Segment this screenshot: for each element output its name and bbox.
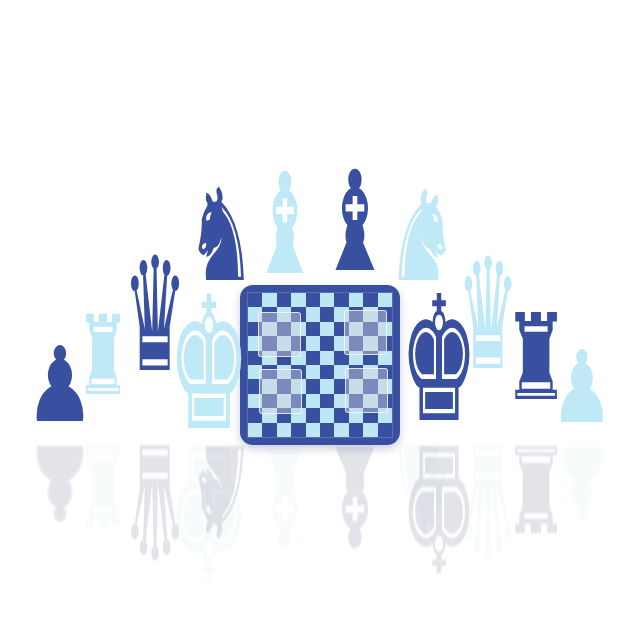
board-square xyxy=(306,408,320,422)
light-rook-piece: ♜ xyxy=(76,301,130,411)
board-square xyxy=(320,351,334,365)
glass-overlay xyxy=(259,369,302,414)
light-rook-reflection: ♜ xyxy=(76,429,130,539)
light-pawn-piece: ♟ xyxy=(551,338,614,438)
board-square xyxy=(320,336,334,350)
dark-bishop-piece: ♝ xyxy=(318,153,393,292)
board-square xyxy=(306,322,320,336)
board-square xyxy=(320,322,334,336)
light-bishop-piece: ♝ xyxy=(250,155,320,295)
dark-knight-reflection: ♞ xyxy=(185,426,256,554)
board-square xyxy=(320,379,334,393)
light-bishop-reflection: ♝ xyxy=(250,424,320,564)
chess-illustration-stage: ♟♟♜♜♛♛♚♚♞♞♝♝♝♝♞♞♚♚♛♛♜♜♟♟ xyxy=(0,0,636,636)
board-square xyxy=(306,365,320,379)
board-square xyxy=(306,379,320,393)
chessboard xyxy=(240,285,400,445)
glass-overlay xyxy=(344,310,387,355)
board-square xyxy=(306,394,320,408)
board-square xyxy=(320,394,334,408)
board-square xyxy=(320,408,334,422)
board-square xyxy=(306,351,320,365)
board-square xyxy=(306,336,320,350)
glass-overlay xyxy=(258,312,301,357)
light-pawn-reflection: ♟ xyxy=(551,431,614,531)
board-square xyxy=(306,307,320,321)
dark-bishop-reflection: ♝ xyxy=(318,424,393,563)
glass-overlay xyxy=(345,368,388,413)
dark-knight-piece: ♞ xyxy=(185,172,256,300)
board-square xyxy=(320,307,334,321)
board-square xyxy=(320,365,334,379)
